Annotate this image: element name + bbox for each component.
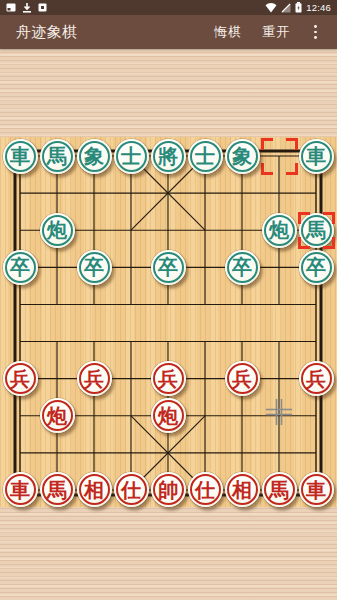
piece-車-red[interactable]: 車 xyxy=(299,472,334,507)
piece-車-red[interactable]: 車 xyxy=(3,472,38,507)
piece-卒-black[interactable]: 卒 xyxy=(299,250,334,285)
download-icon xyxy=(22,3,32,13)
piece-仕-red[interactable]: 仕 xyxy=(188,472,223,507)
piece-象-black[interactable]: 象 xyxy=(225,139,260,174)
last-move-from-marker xyxy=(261,138,298,175)
piece-車-black[interactable]: 車 xyxy=(3,139,38,174)
clock: 12:46 xyxy=(306,0,331,15)
image-icon xyxy=(6,3,16,12)
app-bar-actions: 悔棋 重开 xyxy=(214,23,321,41)
status-bar-right: 12:46 xyxy=(265,0,331,15)
last-move-to-marker xyxy=(298,212,335,249)
sd-card-icon xyxy=(38,3,47,12)
piece-兵-red[interactable]: 兵 xyxy=(3,361,38,396)
piece-兵-red[interactable]: 兵 xyxy=(225,361,260,396)
piece-士-black[interactable]: 士 xyxy=(114,139,149,174)
piece-馬-black[interactable]: 馬 xyxy=(40,139,75,174)
piece-卒-black[interactable]: 卒 xyxy=(3,250,38,285)
piece-炮-black[interactable]: 炮 xyxy=(262,213,297,248)
xiangqi-board[interactable]: 車馬象士將士象車炮炮馬卒卒卒卒卒兵兵兵兵兵炮炮車馬相仕帥仕相馬車 xyxy=(0,137,337,507)
battery-charging-icon xyxy=(295,2,302,13)
board-grid xyxy=(0,137,337,507)
overflow-menu-button[interactable] xyxy=(310,23,321,40)
piece-炮-red[interactable]: 炮 xyxy=(40,398,75,433)
piece-卒-black[interactable]: 卒 xyxy=(151,250,186,285)
piece-馬-red[interactable]: 馬 xyxy=(262,472,297,507)
app-bar: 舟迹象棋 悔棋 重开 xyxy=(0,15,337,49)
piece-象-black[interactable]: 象 xyxy=(77,139,112,174)
piece-炮-red[interactable]: 炮 xyxy=(151,398,186,433)
undo-move-button[interactable]: 悔棋 xyxy=(214,23,242,41)
screen: 12:46 舟迹象棋 悔棋 重开 車馬象士將士象車炮炮馬卒卒卒卒卒兵兵兵兵兵炮炮… xyxy=(0,0,337,600)
piece-炮-black[interactable]: 炮 xyxy=(40,213,75,248)
status-bar-left-icons xyxy=(6,3,47,13)
piece-兵-red[interactable]: 兵 xyxy=(77,361,112,396)
status-bar: 12:46 xyxy=(0,0,337,15)
restart-game-button[interactable]: 重开 xyxy=(262,23,290,41)
piece-仕-red[interactable]: 仕 xyxy=(114,472,149,507)
piece-帥-red[interactable]: 帥 xyxy=(151,472,186,507)
piece-卒-black[interactable]: 卒 xyxy=(225,250,260,285)
piece-車-black[interactable]: 車 xyxy=(299,139,334,174)
piece-兵-red[interactable]: 兵 xyxy=(299,361,334,396)
piece-馬-red[interactable]: 馬 xyxy=(40,472,75,507)
no-signal-icon xyxy=(281,3,291,13)
piece-士-black[interactable]: 士 xyxy=(188,139,223,174)
wifi-icon xyxy=(265,3,277,13)
piece-相-red[interactable]: 相 xyxy=(77,472,112,507)
piece-卒-black[interactable]: 卒 xyxy=(77,250,112,285)
piece-兵-red[interactable]: 兵 xyxy=(151,361,186,396)
piece-相-red[interactable]: 相 xyxy=(225,472,260,507)
page-title: 舟迹象棋 xyxy=(16,23,77,42)
piece-將-black[interactable]: 將 xyxy=(151,139,186,174)
